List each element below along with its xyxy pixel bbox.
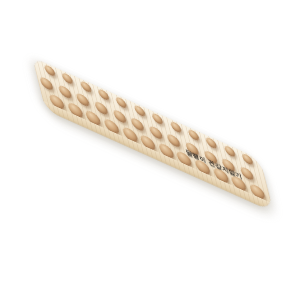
wooden-peg: [187, 128, 200, 142]
wooden-peg: [205, 136, 218, 150]
acupressure-board: 달팽이 건강지압기: [32, 57, 274, 212]
wooden-peg: [151, 112, 164, 126]
board-top-face: 달팽이 건강지압기: [32, 57, 272, 204]
wooden-peg: [39, 75, 54, 92]
wooden-peg: [115, 95, 128, 109]
wooden-peg: [43, 63, 56, 77]
wooden-peg: [79, 79, 92, 93]
product-photo-canvas: 달팽이 건강지압기: [0, 0, 292, 292]
peg-row-bottom: [48, 92, 266, 202]
wooden-peg: [133, 104, 146, 118]
wooden-peg: [97, 87, 110, 101]
wooden-peg: [169, 120, 182, 134]
wooden-peg: [223, 144, 236, 158]
wooden-peg: [241, 152, 254, 166]
wooden-peg: [61, 71, 74, 85]
